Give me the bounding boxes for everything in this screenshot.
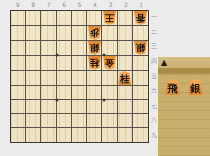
board-cell[interactable] — [72, 86, 87, 100]
board-cell[interactable] — [57, 86, 72, 100]
sente-hand-panel: ▲ 飛銀 — [158, 57, 210, 156]
shogi-app-screen: 987654321 一二三四五六七八九 王香歩銀銀桂金桂 ▲ 飛銀 — [0, 0, 210, 156]
rank-coordinate-label: 五 — [150, 69, 158, 84]
board-cell[interactable] — [102, 128, 117, 142]
board-cell[interactable] — [57, 114, 72, 128]
board-cell[interactable] — [41, 11, 56, 26]
board-cell[interactable] — [133, 56, 148, 71]
board-cell[interactable] — [11, 114, 26, 128]
piece-kanji: 歩 — [89, 26, 99, 40]
board-cell[interactable] — [72, 100, 87, 114]
board-cell[interactable] — [118, 26, 133, 41]
board-cell[interactable]: 桂 — [87, 56, 102, 71]
star-point — [102, 98, 105, 101]
hand-panel-body: 飛銀 — [158, 68, 210, 156]
star-point — [56, 54, 59, 57]
board-cell[interactable] — [87, 11, 102, 26]
board-cell[interactable] — [11, 26, 26, 41]
piece-kanji: 金 — [105, 56, 115, 70]
file-coordinate-label: 7 — [41, 1, 56, 9]
board-cell[interactable] — [118, 56, 133, 71]
board-cell[interactable] — [87, 86, 102, 100]
board-cell[interactable] — [11, 56, 26, 71]
shogi-board: 王香歩銀銀桂金桂 — [10, 10, 149, 143]
shogi-piece-gote[interactable]: 桂 — [88, 56, 101, 70]
board-cell[interactable] — [57, 26, 72, 41]
shogi-piece-sente[interactable]: 桂 — [118, 71, 131, 85]
board-cell[interactable] — [57, 56, 72, 71]
board-cell[interactable] — [133, 71, 148, 86]
board-cell[interactable] — [118, 128, 133, 142]
board-cell[interactable] — [41, 114, 56, 128]
board-cell[interactable] — [72, 41, 87, 56]
board-cell[interactable] — [133, 86, 148, 100]
board-cell[interactable] — [57, 128, 72, 142]
board-cell[interactable] — [72, 26, 87, 41]
piece-kanji: 桂 — [89, 56, 99, 70]
board-cell[interactable] — [87, 100, 102, 114]
piece-kanji: 桂 — [120, 72, 130, 86]
hand-pieces: 飛銀 — [158, 68, 210, 95]
board-cell[interactable] — [11, 100, 26, 114]
board-cell[interactable] — [72, 128, 87, 142]
board-cell[interactable] — [11, 41, 26, 56]
board-cell[interactable] — [26, 86, 41, 100]
shogi-piece-gote[interactable]: 金 — [103, 56, 116, 70]
board-cell[interactable] — [26, 26, 41, 41]
board-cell[interactable]: 歩 — [87, 26, 102, 41]
board-cell[interactable] — [102, 100, 117, 114]
rank-coordinate-label: 一 — [150, 10, 158, 25]
piece-kanji: 銀 — [190, 80, 201, 96]
board-cell[interactable] — [72, 11, 87, 26]
board-cell[interactable] — [133, 26, 148, 41]
board-cell[interactable] — [41, 128, 56, 142]
board-cell[interactable] — [41, 26, 56, 41]
hand-panel-header: ▲ — [158, 57, 210, 68]
board-cell[interactable] — [11, 11, 26, 26]
board-cell[interactable] — [133, 100, 148, 114]
board-cell[interactable] — [26, 41, 41, 56]
board-cell[interactable] — [11, 71, 26, 86]
file-coordinate-label: 1 — [134, 1, 149, 9]
shogi-piece-gote[interactable]: 王 — [103, 11, 116, 25]
board-cell[interactable] — [26, 56, 41, 71]
board-cell[interactable]: 香 — [133, 11, 148, 26]
board-cell[interactable]: 銀 — [87, 41, 102, 56]
board-cell[interactable] — [87, 114, 102, 128]
board-cell[interactable] — [133, 114, 148, 128]
board-cell[interactable] — [72, 56, 87, 71]
board-cell[interactable] — [26, 114, 41, 128]
rank-coordinate-label: 三 — [150, 40, 158, 55]
board-cell[interactable] — [57, 41, 72, 56]
file-coordinate-label: 5 — [72, 1, 87, 9]
board-cell[interactable] — [11, 86, 26, 100]
board-cell[interactable] — [118, 86, 133, 100]
board-cell[interactable] — [102, 114, 117, 128]
rank-coordinate-label: 四 — [150, 54, 158, 69]
hand-piece-sente[interactable]: 銀 — [188, 79, 203, 95]
piece-kanji: 銀 — [89, 41, 99, 55]
board-cell[interactable] — [26, 71, 41, 86]
hand-piece-sente[interactable]: 飛 — [165, 79, 180, 95]
board-cell[interactable]: 王 — [102, 11, 117, 26]
board-cell[interactable] — [118, 114, 133, 128]
board-cell[interactable] — [57, 11, 72, 26]
board-cell[interactable] — [26, 128, 41, 142]
file-coordinate-label: 2 — [118, 1, 133, 9]
rank-coordinates: 一二三四五六七八九 — [150, 10, 158, 143]
rank-coordinate-label: 九 — [150, 128, 158, 143]
board-cell[interactable] — [72, 71, 87, 86]
rank-coordinate-label: 八 — [150, 113, 158, 128]
star-point — [56, 98, 59, 101]
board-cell[interactable] — [118, 100, 133, 114]
board-cell[interactable] — [11, 128, 26, 142]
board-cell[interactable] — [57, 100, 72, 114]
piece-kanji: 香 — [136, 11, 146, 25]
board-cell[interactable]: 桂 — [118, 71, 133, 86]
board-cell[interactable] — [41, 71, 56, 86]
piece-kanji: 王 — [105, 11, 115, 25]
file-coordinate-label: 4 — [87, 1, 102, 9]
sente-turn-marker: ▲ — [161, 57, 167, 68]
board-cell[interactable]: 銀 — [133, 41, 148, 56]
file-coordinate-label: 9 — [10, 1, 25, 9]
shogi-piece-gote[interactable]: 歩 — [88, 26, 101, 40]
board-cell[interactable] — [118, 41, 133, 56]
rank-coordinate-label: 二 — [150, 25, 158, 40]
board-cell[interactable] — [102, 71, 117, 86]
shogi-piece-gote[interactable]: 香 — [134, 11, 147, 25]
board-cell[interactable]: 金 — [102, 56, 117, 71]
board-cell[interactable] — [133, 128, 148, 142]
file-coordinate-label: 3 — [103, 1, 118, 9]
piece-kanji: 銀 — [136, 41, 146, 55]
board-cell[interactable] — [41, 100, 56, 114]
board-cell[interactable] — [87, 71, 102, 86]
shogi-piece-gote[interactable]: 銀 — [134, 41, 147, 55]
piece-kanji: 飛 — [167, 80, 178, 96]
file-coordinate-label: 8 — [25, 1, 40, 9]
board-cell[interactable] — [72, 114, 87, 128]
board-cell[interactable] — [41, 86, 56, 100]
board-cell[interactable] — [57, 71, 72, 86]
board-cell[interactable] — [102, 26, 117, 41]
rank-coordinate-label: 七 — [150, 99, 158, 114]
board-cell[interactable] — [41, 41, 56, 56]
board-cell[interactable] — [41, 56, 56, 71]
board-cell[interactable] — [26, 100, 41, 114]
board-cell[interactable] — [87, 128, 102, 142]
shogi-piece-gote[interactable]: 銀 — [88, 41, 101, 55]
board-cell[interactable] — [26, 11, 41, 26]
file-coordinate-label: 6 — [56, 1, 71, 9]
file-coordinates: 987654321 — [10, 1, 149, 9]
rank-coordinate-label: 六 — [150, 84, 158, 99]
board-cell[interactable] — [118, 11, 133, 26]
